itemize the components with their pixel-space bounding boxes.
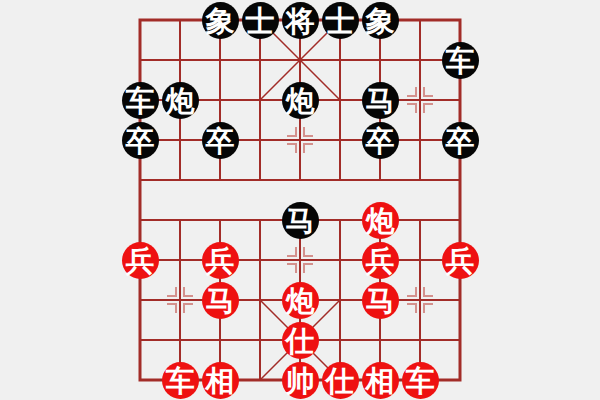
piece-glyph: 车 — [406, 367, 435, 396]
piece-red-cannon[interactable]: 炮 — [362, 202, 399, 239]
piece-red-pawn[interactable]: 兵 — [122, 242, 159, 279]
piece-red-chariot[interactable]: 车 — [162, 362, 199, 399]
piece-black-cannon[interactable]: 炮 — [282, 82, 319, 119]
piece-glyph: 车 — [446, 47, 475, 76]
piece-glyph: 象 — [366, 7, 395, 36]
piece-glyph: 卒 — [446, 127, 475, 156]
piece-black-chariot[interactable]: 车 — [442, 42, 479, 79]
piece-glyph: 将 — [286, 7, 315, 36]
piece-glyph: 兵 — [206, 247, 235, 276]
piece-red-horse[interactable]: 马 — [202, 282, 239, 319]
piece-glyph: 兵 — [366, 247, 395, 276]
piece-black-elephant[interactable]: 象 — [362, 2, 399, 39]
piece-black-pawn[interactable]: 卒 — [442, 122, 479, 159]
piece-red-elephant[interactable]: 相 — [202, 362, 239, 399]
piece-black-chariot[interactable]: 车 — [122, 82, 159, 119]
xiangqi-board: 象士将士象车车炮炮马卒卒卒卒马炮兵兵兵兵马炮马仕车相帅仕相车 — [0, 0, 600, 400]
piece-glyph: 卒 — [366, 127, 395, 156]
piece-red-horse[interactable]: 马 — [362, 282, 399, 319]
piece-glyph: 炮 — [366, 207, 395, 236]
piece-glyph: 马 — [286, 207, 315, 236]
piece-glyph: 卒 — [206, 127, 235, 156]
piece-glyph: 相 — [366, 367, 395, 396]
piece-glyph: 兵 — [126, 247, 155, 276]
piece-glyph: 相 — [206, 367, 235, 396]
piece-red-pawn[interactable]: 兵 — [202, 242, 239, 279]
piece-black-pawn[interactable]: 卒 — [362, 122, 399, 159]
piece-glyph: 马 — [366, 287, 395, 316]
piece-glyph: 炮 — [166, 87, 195, 116]
piece-red-pawn[interactable]: 兵 — [442, 242, 479, 279]
piece-glyph: 士 — [246, 7, 275, 36]
piece-red-pawn[interactable]: 兵 — [362, 242, 399, 279]
piece-glyph: 兵 — [446, 247, 475, 276]
piece-red-advisor[interactable]: 仕 — [282, 322, 319, 359]
piece-black-advisor[interactable]: 士 — [322, 2, 359, 39]
piece-glyph: 炮 — [286, 287, 315, 316]
piece-glyph: 卒 — [126, 127, 155, 156]
piece-glyph: 炮 — [286, 87, 315, 116]
piece-glyph: 车 — [166, 367, 195, 396]
piece-red-cannon[interactable]: 炮 — [282, 282, 319, 319]
piece-glyph: 车 — [126, 87, 155, 116]
piece-black-general[interactable]: 将 — [282, 2, 319, 39]
piece-black-pawn[interactable]: 卒 — [122, 122, 159, 159]
piece-red-general[interactable]: 帅 — [282, 362, 319, 399]
piece-black-pawn[interactable]: 卒 — [202, 122, 239, 159]
piece-black-elephant[interactable]: 象 — [202, 2, 239, 39]
board-grid: 象士将士象车车炮炮马卒卒卒卒马炮兵兵兵兵马炮马仕车相帅仕相车 — [120, 0, 480, 400]
piece-glyph: 象 — [206, 7, 235, 36]
piece-black-cannon[interactable]: 炮 — [162, 82, 199, 119]
piece-red-elephant[interactable]: 相 — [362, 362, 399, 399]
piece-black-horse[interactable]: 马 — [362, 82, 399, 119]
piece-glyph: 马 — [366, 87, 395, 116]
piece-glyph: 仕 — [286, 327, 315, 356]
piece-glyph: 士 — [326, 7, 355, 36]
piece-black-horse[interactable]: 马 — [282, 202, 319, 239]
piece-red-chariot[interactable]: 车 — [402, 362, 439, 399]
piece-glyph: 帅 — [286, 367, 315, 396]
piece-glyph: 马 — [206, 287, 235, 316]
piece-black-advisor[interactable]: 士 — [242, 2, 279, 39]
piece-red-advisor[interactable]: 仕 — [322, 362, 359, 399]
piece-glyph: 仕 — [326, 367, 355, 396]
